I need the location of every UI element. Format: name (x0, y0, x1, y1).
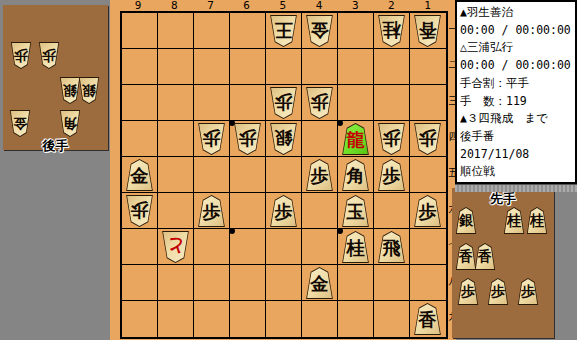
sente-hand-piece-歩[interactable]: 歩 (487, 278, 509, 305)
board-piece-5-3-歩[interactable]: 歩 (269, 87, 298, 119)
board-piece-1-1-香[interactable]: 香 (413, 15, 442, 47)
square-1-3[interactable] (410, 85, 446, 121)
gote-label: 後手 (3, 137, 108, 155)
square-1-8[interactable] (410, 265, 446, 301)
board-piece-9-6-歩[interactable]: 歩 (125, 195, 154, 227)
piece-kanji: 歩 (197, 123, 226, 154)
file-label-2: 2 (373, 0, 409, 11)
sente-hand-piece-歩[interactable]: 歩 (457, 278, 479, 305)
square-9-4[interactable] (122, 121, 158, 157)
info-panel-scrollbar[interactable] (455, 184, 577, 192)
square-7-1[interactable] (194, 13, 230, 49)
board-piece-2-4-歩[interactable]: 歩 (377, 123, 406, 155)
game-info-panel: ▲羽生善治00:00 / 00:00:00△三浦弘行00:00 / 00:00:… (455, 0, 577, 184)
info-line-7[interactable]: 後手番 (460, 128, 573, 146)
square-6-3[interactable] (230, 85, 266, 121)
piece-kanji: 歩 (10, 42, 32, 68)
piece-kanji: 歩 (413, 123, 442, 154)
square-1-2[interactable] (410, 49, 446, 85)
square-8-6[interactable] (158, 193, 194, 229)
square-7-2[interactable] (194, 49, 230, 85)
sente-hand-piece-桂[interactable]: 桂 (503, 207, 525, 234)
info-line-2[interactable]: △三浦弘行 (460, 39, 573, 57)
square-2-8[interactable] (374, 265, 410, 301)
board-piece-3-6-玉[interactable]: 玉 (341, 195, 370, 227)
piece-kanji: 桂 (526, 208, 548, 234)
info-line-1[interactable]: 00:00 / 00:00:00 (460, 22, 573, 40)
square-9-3[interactable] (122, 85, 158, 121)
square-6-7[interactable] (230, 229, 266, 265)
square-5-7[interactable] (266, 229, 302, 265)
gote-hand-tray: 後手 歩歩銀銀金角 (3, 5, 108, 150)
piece-kanji: 香 (413, 15, 442, 46)
piece-kanji: 龍 (341, 124, 370, 155)
board-piece-5-6-歩[interactable]: 歩 (269, 195, 298, 227)
piece-kanji: 歩 (413, 196, 442, 227)
file-label-1: 1 (410, 0, 446, 11)
info-line-9[interactable]: 順位戦 (460, 163, 573, 181)
square-6-1[interactable] (230, 13, 266, 49)
square-5-2[interactable] (266, 49, 302, 85)
info-line-0[interactable]: ▲羽生善治 (460, 4, 573, 22)
piece-kanji: 銀 (269, 123, 298, 154)
info-line-6[interactable]: ▲３四飛成 まで (460, 110, 573, 128)
square-6-9[interactable] (230, 301, 266, 337)
square-3-8[interactable] (338, 265, 374, 301)
piece-kanji: 歩 (38, 42, 60, 68)
file-labels: 987654321 (120, 0, 448, 11)
square-8-1[interactable] (158, 13, 194, 49)
board-piece-3-7-桂[interactable]: 桂 (341, 231, 370, 263)
sente-hand-piece-歩[interactable]: 歩 (517, 278, 539, 305)
piece-kanji: 歩 (269, 87, 298, 118)
piece-kanji: 角 (341, 160, 370, 191)
piece-kanji: 王 (269, 15, 298, 46)
board-piece-4-5-歩[interactable]: 歩 (305, 159, 334, 191)
board-piece-4-3-歩[interactable]: 歩 (305, 87, 334, 119)
board-piece-9-5-金[interactable]: 金 (125, 159, 154, 191)
sente-hand-piece-銀[interactable]: 銀 (455, 207, 477, 234)
square-8-2[interactable] (158, 49, 194, 85)
board-piece-3-5-角[interactable]: 角 (341, 159, 370, 191)
square-4-6[interactable] (302, 193, 338, 229)
square-7-9[interactable] (194, 301, 230, 337)
gote-hand-piece-角[interactable]: 角 (59, 110, 81, 137)
square-4-4[interactable] (302, 121, 338, 157)
board-piece-4-1-金[interactable]: 金 (305, 15, 334, 47)
square-5-9[interactable] (266, 301, 302, 337)
file-label-7: 7 (192, 0, 228, 11)
file-label-4: 4 (301, 0, 337, 11)
square-2-3[interactable] (374, 85, 410, 121)
file-label-8: 8 (156, 0, 192, 11)
piece-kanji: 香 (413, 304, 442, 335)
piece-kanji: 玉 (341, 196, 370, 227)
square-4-7[interactable] (302, 229, 338, 265)
square-1-7[interactable] (410, 229, 446, 265)
file-label-3: 3 (337, 0, 373, 11)
board-piece-1-6-歩[interactable]: 歩 (413, 195, 442, 227)
piece-kanji: 歩 (517, 279, 539, 305)
square-5-5[interactable] (266, 157, 302, 193)
info-line-8[interactable]: 2017/11/08 (460, 146, 573, 164)
square-7-5[interactable] (194, 157, 230, 193)
square-8-3[interactable] (158, 85, 194, 121)
piece-kanji: 歩 (305, 160, 334, 191)
sente-hand-tray: 先手 銀桂桂香香歩歩歩 (452, 188, 554, 338)
board-piece-7-6-歩[interactable]: 歩 (197, 195, 226, 227)
square-3-1[interactable] (338, 13, 374, 49)
file-label-6: 6 (229, 0, 265, 11)
piece-kanji: 歩 (125, 195, 154, 226)
piece-kanji: 歩 (233, 123, 262, 154)
file-label-5: 5 (265, 0, 301, 11)
piece-kanji: 香 (474, 244, 496, 270)
piece-kanji: 銀 (78, 77, 100, 103)
board-piece-1-9-香[interactable]: 香 (413, 303, 442, 335)
sente-label: 先手 (452, 190, 554, 208)
square-6-2[interactable] (230, 49, 266, 85)
gote-hand-piece-歩[interactable]: 歩 (10, 42, 32, 69)
piece-kanji: 歩 (377, 123, 406, 154)
square-5-8[interactable] (266, 265, 302, 301)
square-9-2[interactable] (122, 49, 158, 85)
piece-kanji: 銀 (455, 208, 477, 234)
square-8-5[interactable] (158, 157, 194, 193)
board-piece-2-1-桂[interactable]: 桂 (377, 15, 406, 47)
board-piece-8-7-と[interactable]: と (161, 231, 190, 263)
board-piece-3-4-龍[interactable]: 龍 (341, 123, 370, 155)
square-9-8[interactable] (122, 265, 158, 301)
piece-kanji: 金 (9, 110, 31, 136)
board-piece-2-5-歩[interactable]: 歩 (377, 159, 406, 191)
board-piece-2-7-飛[interactable]: 飛 (377, 231, 406, 263)
info-line-4[interactable]: 手合割：平手 (460, 75, 573, 93)
board-piece-5-1-王[interactable]: 王 (269, 15, 298, 47)
board-piece-6-4-歩[interactable]: 歩 (233, 123, 262, 155)
square-6-6[interactable] (230, 193, 266, 229)
square-7-8[interactable] (194, 265, 230, 301)
square-1-5[interactable] (410, 157, 446, 193)
square-4-2[interactable] (302, 49, 338, 85)
piece-kanji: 桂 (341, 232, 370, 263)
piece-kanji: 歩 (487, 279, 509, 305)
piece-kanji: 歩 (197, 196, 226, 227)
square-8-4[interactable] (158, 121, 194, 157)
piece-kanji: 角 (59, 110, 81, 136)
file-label-9: 9 (120, 0, 156, 11)
gote-hand-piece-歩[interactable]: 歩 (38, 42, 60, 69)
square-8-8[interactable] (158, 265, 194, 301)
piece-kanji: 歩 (305, 87, 334, 118)
square-7-3[interactable] (194, 85, 230, 121)
piece-kanji: 歩 (457, 279, 479, 305)
gote-hand-piece-銀[interactable]: 銀 (78, 77, 100, 104)
star-point (229, 228, 235, 234)
piece-kanji: 歩 (377, 160, 406, 191)
piece-kanji: 金 (305, 15, 334, 46)
board-piece-1-4-歩[interactable]: 歩 (413, 123, 442, 155)
square-7-7[interactable] (194, 229, 230, 265)
info-line-5[interactable]: 手 数：119 (460, 93, 573, 111)
square-2-9[interactable] (374, 301, 410, 337)
square-2-2[interactable] (374, 49, 410, 85)
piece-kanji: 桂 (503, 208, 525, 234)
square-6-8[interactable] (230, 265, 266, 301)
board-piece-7-4-歩[interactable]: 歩 (197, 123, 226, 155)
piece-kanji: 歩 (269, 196, 298, 227)
gote-hand-piece-金[interactable]: 金 (9, 110, 31, 137)
square-6-5[interactable] (230, 157, 266, 193)
piece-kanji: 桂 (377, 15, 406, 46)
sente-hand-piece-桂[interactable]: 桂 (526, 207, 548, 234)
square-9-1[interactable] (122, 13, 158, 49)
info-line-3[interactable]: 00:00 / 00:00:00 (460, 57, 573, 75)
square-3-3[interactable] (338, 85, 374, 121)
board-piece-5-4-銀[interactable]: 銀 (269, 123, 298, 155)
square-9-9[interactable] (122, 301, 158, 337)
piece-kanji: 金 (125, 160, 154, 191)
piece-kanji: と (161, 231, 190, 262)
square-4-9[interactable] (302, 301, 338, 337)
piece-kanji: 飛 (377, 232, 406, 263)
square-8-9[interactable] (158, 301, 194, 337)
sente-hand-piece-香[interactable]: 香 (474, 243, 496, 270)
board-piece-4-8-金[interactable]: 金 (305, 267, 334, 299)
square-3-9[interactable] (338, 301, 374, 337)
square-9-7[interactable] (122, 229, 158, 265)
piece-kanji: 金 (305, 268, 334, 299)
square-3-2[interactable] (338, 49, 374, 85)
square-2-6[interactable] (374, 193, 410, 229)
